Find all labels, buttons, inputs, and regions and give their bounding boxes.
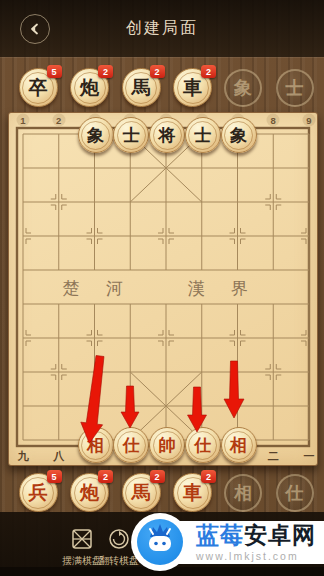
piece-count-badge: 5 <box>47 470 62 483</box>
piece-character: 帥 <box>159 434 176 457</box>
river-text-right: 漢 界 <box>187 277 258 300</box>
board-piece-red-仕[interactable]: 仕 <box>185 427 221 463</box>
tray-piece-black-炮[interactable]: 炮2 <box>70 68 109 107</box>
flip-board-icon <box>108 528 130 550</box>
tray-empty-slot-red-相[interactable]: 相 <box>224 474 262 512</box>
piece-character: 車 <box>183 75 202 101</box>
piece-character: 車 <box>183 480 202 506</box>
piece-count-badge: 2 <box>98 470 113 483</box>
board-piece-red-相[interactable]: 相 <box>221 427 257 463</box>
flip-board-label: 翻转棋盘 <box>99 554 139 568</box>
tray-piece-red-馬[interactable]: 馬2 <box>122 473 161 512</box>
board-grid <box>9 113 317 465</box>
page-title: 创建局面 <box>126 18 198 39</box>
tray-piece-red-車[interactable]: 車2 <box>173 473 212 512</box>
black-piece-tray: 卒5炮2馬2車2象士 <box>0 67 324 107</box>
board-piece-black-将[interactable]: 将 <box>149 117 185 153</box>
file-label-bottom: 一 <box>304 449 315 464</box>
board-piece-black-士[interactable]: 士 <box>185 117 221 153</box>
watermark-site-name-dark: 安卓网 <box>244 522 316 548</box>
top-bar: 创建局面 <box>0 0 324 57</box>
file-label-bottom: 八 <box>53 449 64 464</box>
tray-empty-slot-black-士[interactable]: 士 <box>276 69 314 107</box>
piece-count-badge: 2 <box>150 65 165 78</box>
tray-piece-red-炮[interactable]: 炮2 <box>70 473 109 512</box>
tray-empty-slot-black-象[interactable]: 象 <box>224 69 262 107</box>
watermark-url: www.lmkjst.com <box>196 551 316 562</box>
piece-character: 士 <box>194 124 211 147</box>
board-piece-black-象[interactable]: 象 <box>221 117 257 153</box>
piece-character: 相 <box>87 434 104 457</box>
android-mascot-icon <box>137 519 183 565</box>
file-label-bottom: 二 <box>268 449 279 464</box>
back-button[interactable] <box>20 14 50 44</box>
piece-character: 相 <box>230 434 247 457</box>
tray-empty-slot-red-仕[interactable]: 仕 <box>276 474 314 512</box>
file-label-top: 1 <box>17 114 30 127</box>
board-piece-red-相[interactable]: 相 <box>78 427 114 463</box>
piece-character: 卒 <box>29 75 48 101</box>
piece-count-badge: 5 <box>47 65 62 78</box>
file-label-top: 2 <box>52 114 65 127</box>
board-piece-red-仕[interactable]: 仕 <box>113 427 149 463</box>
piece-character: 兵 <box>29 480 48 506</box>
piece-character: 馬 <box>132 480 151 506</box>
back-chevron-icon <box>29 23 41 35</box>
watermark-site-name-blue: 蓝莓 <box>196 522 244 548</box>
piece-character: 仕 <box>123 434 140 457</box>
file-label-top: 8 <box>267 114 280 127</box>
watermark-text: 蓝莓安卓网 www.lmkjst.com <box>196 524 316 562</box>
file-label-top: 9 <box>303 114 316 127</box>
tray-piece-black-車[interactable]: 車2 <box>173 68 212 107</box>
piece-character: 馬 <box>132 75 151 101</box>
piece-count-badge: 2 <box>201 470 216 483</box>
piece-character: 将 <box>159 124 176 147</box>
red-piece-tray: 兵5炮2馬2車2相仕 <box>0 472 324 512</box>
piece-character: 士 <box>123 124 140 147</box>
piece-character: 炮 <box>80 75 99 101</box>
tray-piece-black-卒[interactable]: 卒5 <box>19 68 58 107</box>
piece-character: 象 <box>230 124 247 147</box>
xiangqi-position-editor: 创建局面 卒5炮2馬2車2象士 楚 河 漢 界 123456789九八七六五四三… <box>0 0 324 576</box>
piece-character: 炮 <box>80 480 99 506</box>
river-text-left: 楚 河 <box>62 277 133 300</box>
piece-count-badge: 2 <box>150 470 165 483</box>
board-piece-black-士[interactable]: 士 <box>113 117 149 153</box>
piece-count-badge: 2 <box>201 65 216 78</box>
board-piece-black-象[interactable]: 象 <box>78 117 114 153</box>
file-label-bottom: 九 <box>18 449 29 464</box>
piece-character: 仕 <box>194 434 211 457</box>
piece-count-badge: 2 <box>98 65 113 78</box>
board-piece-red-帥[interactable]: 帥 <box>149 427 185 463</box>
xiangqi-board[interactable]: 楚 河 漢 界 123456789九八七六五四三二一 象士将士象相仕帥仕相 <box>8 112 318 466</box>
tray-piece-black-馬[interactable]: 馬2 <box>122 68 161 107</box>
piece-character: 象 <box>87 124 104 147</box>
tray-piece-red-兵[interactable]: 兵5 <box>19 473 58 512</box>
